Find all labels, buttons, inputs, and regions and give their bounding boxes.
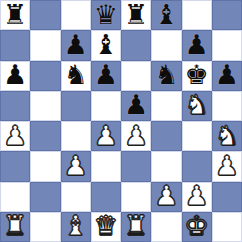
square-a6[interactable]: ♟ [0,61,30,91]
square-d6[interactable]: ♟ [91,61,121,91]
square-c2[interactable] [61,182,91,212]
white-pawn[interactable]: ♟ [3,122,27,149]
white-pawn[interactable]: ♟ [154,182,178,209]
square-b1[interactable] [30,212,60,242]
square-b2[interactable] [30,182,60,212]
square-f8[interactable]: ♝ [151,0,181,30]
square-e5[interactable]: ♟ [121,91,151,121]
square-h5[interactable] [212,91,242,121]
square-f2[interactable]: ♟ [151,182,181,212]
square-g6[interactable]: ♚ [182,61,212,91]
square-a8[interactable]: ♜ [0,0,30,30]
square-c1[interactable]: ♝ [61,212,91,242]
square-a5[interactable] [0,91,30,121]
black-pawn[interactable]: ♟ [3,61,27,88]
square-g8[interactable] [182,0,212,30]
white-pawn[interactable]: ♟ [64,152,88,179]
black-pawn[interactable]: ♟ [215,61,239,88]
square-c7[interactable]: ♟ [61,30,91,60]
black-bishop[interactable]: ♝ [94,31,118,58]
square-d4[interactable]: ♟ [91,121,121,151]
square-g4[interactable] [182,121,212,151]
square-a7[interactable] [0,30,30,60]
square-f6[interactable]: ♞ [151,61,181,91]
square-g7[interactable]: ♟ [182,30,212,60]
square-c3[interactable]: ♟ [61,151,91,181]
black-pawn[interactable]: ♟ [64,31,88,58]
square-g3[interactable] [182,151,212,181]
square-e1[interactable]: ♜ [121,212,151,242]
chess-board: ♜♛♜♝♟♝♟♟♞♟♞♚♟♟♞♟♟♟♞♟♟♟♟♜♝♛♜♚ [0,0,242,242]
square-d2[interactable] [91,182,121,212]
square-h8[interactable] [212,0,242,30]
square-f3[interactable] [151,151,181,181]
square-e7[interactable] [121,30,151,60]
black-queen[interactable]: ♛ [94,1,118,28]
square-d1[interactable]: ♛ [91,212,121,242]
square-e8[interactable]: ♜ [121,0,151,30]
square-f4[interactable] [151,121,181,151]
square-a4[interactable]: ♟ [0,121,30,151]
white-queen[interactable]: ♛ [94,212,118,239]
white-bishop[interactable]: ♝ [64,212,88,239]
black-bishop[interactable]: ♝ [154,1,178,28]
white-knight[interactable]: ♞ [185,91,209,118]
square-h3[interactable]: ♟ [212,151,242,181]
square-h6[interactable]: ♟ [212,61,242,91]
square-d3[interactable] [91,151,121,181]
square-c8[interactable] [61,0,91,30]
square-d5[interactable] [91,91,121,121]
square-g1[interactable]: ♚ [182,212,212,242]
square-h2[interactable] [212,182,242,212]
black-knight[interactable]: ♞ [64,61,88,88]
square-h7[interactable] [212,30,242,60]
black-pawn[interactable]: ♟ [185,31,209,58]
square-a3[interactable] [0,151,30,181]
black-pawn[interactable]: ♟ [94,61,118,88]
black-knight[interactable]: ♞ [154,61,178,88]
square-b8[interactable] [30,0,60,30]
black-rook[interactable]: ♜ [124,1,148,28]
black-pawn[interactable]: ♟ [124,91,148,118]
white-rook[interactable]: ♜ [3,212,27,239]
square-e3[interactable] [121,151,151,181]
white-king[interactable]: ♚ [185,212,209,239]
square-e2[interactable] [121,182,151,212]
square-f7[interactable] [151,30,181,60]
square-d8[interactable]: ♛ [91,0,121,30]
square-d7[interactable]: ♝ [91,30,121,60]
white-pawn[interactable]: ♟ [124,122,148,149]
white-rook[interactable]: ♜ [124,212,148,239]
white-knight[interactable]: ♞ [215,122,239,149]
black-rook[interactable]: ♜ [3,1,27,28]
square-e6[interactable] [121,61,151,91]
square-c4[interactable] [61,121,91,151]
square-e4[interactable]: ♟ [121,121,151,151]
square-g2[interactable]: ♟ [182,182,212,212]
square-b4[interactable] [30,121,60,151]
square-h1[interactable] [212,212,242,242]
square-g5[interactable]: ♞ [182,91,212,121]
square-a1[interactable]: ♜ [0,212,30,242]
square-a2[interactable] [0,182,30,212]
white-pawn[interactable]: ♟ [185,182,209,209]
square-c5[interactable] [61,91,91,121]
square-b5[interactable] [30,91,60,121]
square-f1[interactable] [151,212,181,242]
black-king[interactable]: ♚ [185,61,209,88]
square-b3[interactable] [30,151,60,181]
square-b6[interactable] [30,61,60,91]
white-pawn[interactable]: ♟ [215,152,239,179]
square-h4[interactable]: ♞ [212,121,242,151]
white-pawn[interactable]: ♟ [94,122,118,149]
square-b7[interactable] [30,30,60,60]
square-c6[interactable]: ♞ [61,61,91,91]
square-f5[interactable] [151,91,181,121]
